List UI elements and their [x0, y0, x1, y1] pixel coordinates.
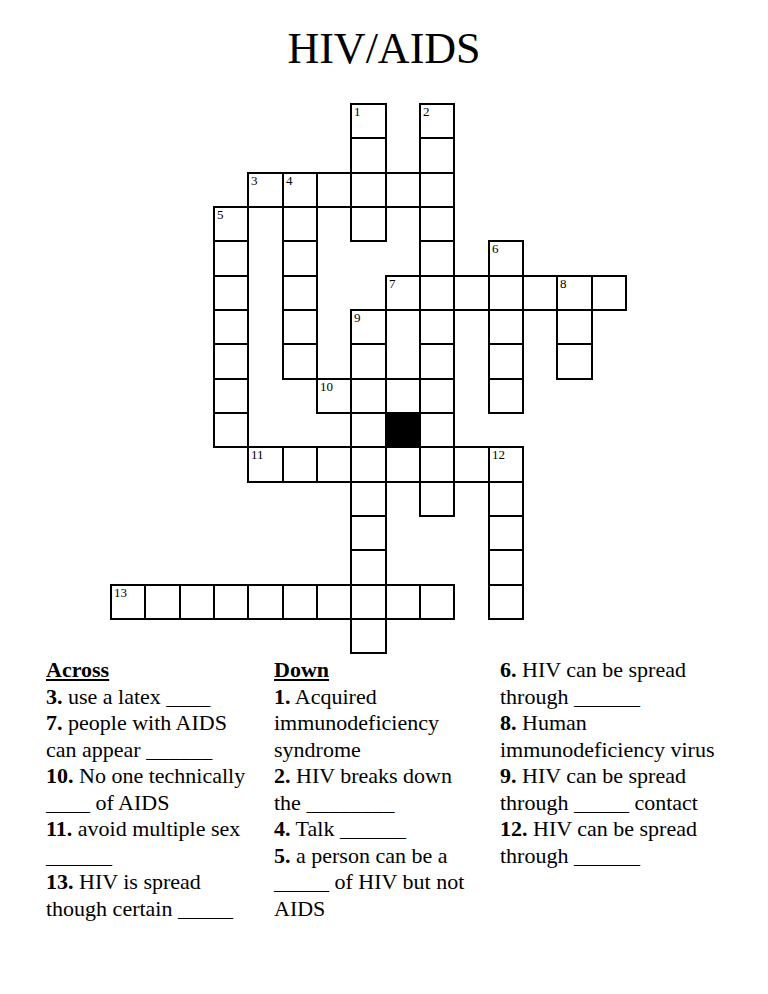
grid-cell[interactable] [282, 584, 318, 620]
clue-line: 11. avoid multiple sex [46, 816, 272, 843]
grid-cell[interactable] [419, 446, 455, 483]
grid-cell[interactable] [350, 378, 387, 414]
clue-text: HIV can be spread [517, 763, 686, 788]
grid-cell[interactable]: 2 [419, 103, 455, 139]
grid-cell[interactable] [385, 584, 421, 620]
clue-text: AIDS [274, 896, 325, 921]
clue-number: 13. [46, 869, 74, 894]
grid-cell[interactable]: 11 [247, 446, 284, 483]
grid-cell[interactable] [556, 343, 593, 380]
clue-column-down: Down1. Acquiredimmunodeficiencysyndrome2… [274, 657, 490, 922]
clue-text: ______ [46, 843, 112, 868]
clue-text: HIV is spread [74, 869, 201, 894]
clue-text: Talk ______ [291, 816, 406, 841]
clue-line: through ______ [500, 843, 740, 870]
clue-text: No one technically [74, 763, 246, 788]
cell-number: 11 [251, 448, 264, 462]
clue-text: the ________ [274, 790, 394, 815]
clue-text: _____ of HIV but not [274, 869, 464, 894]
grid-cell[interactable] [350, 446, 387, 483]
clue-text: people with AIDS [63, 710, 227, 735]
grid-cell[interactable] [488, 549, 524, 586]
grid-cell[interactable]: 12 [488, 446, 524, 483]
cell-number: 7 [389, 277, 396, 291]
clue-number: 9. [500, 763, 517, 788]
clue-line: though certain _____ [46, 896, 272, 923]
grid-cell[interactable] [350, 618, 387, 654]
clue-number: 12. [500, 816, 528, 841]
clue-text: through ______ [500, 843, 640, 868]
grid-cell[interactable] [247, 584, 284, 620]
grid-cell[interactable] [488, 515, 524, 551]
grid-cell[interactable] [419, 309, 455, 345]
clue-text: Human [517, 710, 587, 735]
clue-text: use a latex ____ [63, 684, 211, 709]
clue-line: AIDS [274, 896, 490, 923]
clue-text: ____ of AIDS [46, 790, 169, 815]
grid-cell[interactable]: 10 [316, 378, 352, 414]
clue-number: 5. [274, 843, 291, 868]
clue-text: syndrome [274, 737, 361, 762]
grid-cell[interactable] [350, 343, 387, 380]
clue-line: 10. No one technically [46, 763, 272, 790]
grid-cell[interactable] [179, 584, 215, 620]
clue-line: through ______ [500, 684, 740, 711]
clue-column-down-continued: 6. HIV can be spreadthrough ______8. Hum… [500, 657, 740, 869]
grid-cell[interactable] [282, 275, 318, 311]
clue-text: immunodeficiency [274, 710, 439, 735]
grid-cell[interactable]: 6 [488, 240, 524, 277]
grid-cell[interactable]: 13 [110, 584, 146, 620]
grid-cell[interactable] [350, 481, 387, 517]
grid-cell[interactable]: 8 [556, 275, 593, 311]
grid-cell[interactable] [419, 412, 455, 448]
grid-cell[interactable] [453, 275, 490, 311]
grid-cell[interactable] [350, 584, 387, 620]
grid-cell[interactable] [488, 584, 524, 620]
grid-cell[interactable] [213, 275, 249, 311]
clue-line: _____ of HIV but not [274, 869, 490, 896]
grid-cell[interactable] [282, 206, 318, 242]
clue-line: syndrome [274, 737, 490, 764]
cell-number: 3 [251, 174, 258, 188]
clue-line: 5. a person can be a [274, 843, 490, 870]
cell-number: 10 [320, 380, 333, 394]
clue-text: through _____ contact [500, 790, 698, 815]
grid-cell[interactable] [419, 481, 455, 517]
clue-line: ____ of AIDS [46, 790, 272, 817]
grid-cell[interactable] [350, 549, 387, 586]
clue-line: through _____ contact [500, 790, 740, 817]
grid-cell[interactable] [488, 481, 524, 517]
grid-cell[interactable] [282, 240, 318, 277]
clue-number: 6. [500, 657, 517, 682]
clue-text: HIV can be spread [517, 657, 686, 682]
cell-number: 9 [354, 311, 361, 325]
grid-cell[interactable] [385, 378, 421, 414]
clue-line: 3. use a latex ____ [46, 684, 272, 711]
clue-line: 4. Talk ______ [274, 816, 490, 843]
clue-line: can appear ______ [46, 737, 272, 764]
black-cell [385, 412, 421, 448]
grid-cell[interactable] [522, 275, 558, 311]
grid-cell[interactable] [316, 172, 352, 208]
clue-line: 6. HIV can be spread [500, 657, 740, 684]
crossword-grid: 12345678910111213 [110, 103, 626, 653]
clue-number: 1. [274, 684, 291, 709]
clue-column-across: Across3. use a latex ____7. people with … [46, 657, 272, 922]
grid-cell[interactable] [144, 584, 181, 620]
grid-cell[interactable] [213, 378, 249, 414]
clue-line: 12. HIV can be spread [500, 816, 740, 843]
clue-line: immunodeficiency [274, 710, 490, 737]
clue-number: 10. [46, 763, 74, 788]
clue-number: 11. [46, 816, 72, 841]
grid-cell[interactable] [488, 378, 524, 414]
clue-text: immunodeficiency virus [500, 737, 714, 762]
grid-cell[interactable] [316, 584, 352, 620]
grid-cell[interactable] [316, 446, 352, 483]
grid-cell[interactable] [556, 309, 593, 345]
grid-cell[interactable] [213, 412, 249, 448]
grid-cell[interactable] [385, 172, 421, 208]
clue-text: HIV can be spread [528, 816, 697, 841]
clue-number: 7. [46, 710, 63, 735]
grid-cell[interactable] [419, 206, 455, 242]
page-title: HIV/AIDS [0, 24, 768, 74]
clue-line: ______ [46, 843, 272, 870]
clue-text: Acquired [291, 684, 377, 709]
clue-text: though certain _____ [46, 896, 233, 921]
grid-cell[interactable] [591, 275, 627, 311]
grid-cell[interactable] [419, 240, 455, 277]
cell-number: 1 [354, 105, 361, 119]
grid-cell[interactable] [213, 240, 249, 277]
grid-cell[interactable] [453, 446, 490, 483]
clue-number: 3. [46, 684, 63, 709]
cell-number: 4 [286, 174, 293, 188]
clue-number: 8. [500, 710, 517, 735]
clue-number: 4. [274, 816, 291, 841]
grid-cell[interactable] [488, 275, 524, 311]
clue-line: 9. HIV can be spread [500, 763, 740, 790]
grid-cell[interactable]: 5 [213, 206, 249, 242]
clue-line: the ________ [274, 790, 490, 817]
grid-cell[interactable] [419, 172, 455, 208]
grid-cell[interactable]: 4 [282, 172, 318, 208]
grid-cell[interactable] [350, 172, 387, 208]
clue-line: 7. people with AIDS [46, 710, 272, 737]
grid-cell[interactable] [488, 343, 524, 380]
cell-number: 8 [560, 277, 567, 291]
grid-cell[interactable] [213, 309, 249, 345]
grid-cell[interactable] [419, 343, 455, 380]
grid-cell[interactable] [419, 584, 455, 620]
clue-text: can appear ______ [46, 737, 212, 762]
cell-number: 2 [423, 105, 430, 119]
grid-cell[interactable]: 7 [385, 275, 421, 311]
grid-cell[interactable]: 9 [350, 309, 387, 345]
cell-number: 12 [492, 448, 505, 462]
grid-cell[interactable] [282, 446, 318, 483]
clue-line: 13. HIV is spread [46, 869, 272, 896]
grid-cell[interactable] [419, 275, 455, 311]
grid-cell[interactable]: 1 [350, 103, 387, 139]
grid-cell[interactable] [419, 378, 455, 414]
grid-cell[interactable]: 3 [247, 172, 284, 208]
grid-cell[interactable] [419, 137, 455, 174]
grid-cell[interactable] [350, 515, 387, 551]
grid-cell[interactable] [350, 412, 387, 448]
grid-cell[interactable] [488, 309, 524, 345]
grid-cell[interactable] [350, 206, 387, 242]
grid-cell[interactable] [282, 309, 318, 345]
clue-line: 2. HIV breaks down [274, 763, 490, 790]
clue-list-header: Across [46, 657, 272, 684]
grid-cell[interactable] [385, 446, 421, 483]
clue-text: HIV breaks down [291, 763, 453, 788]
clue-text: avoid multiple sex [72, 816, 240, 841]
cell-number: 5 [217, 208, 224, 222]
grid-cell[interactable] [213, 343, 249, 380]
clue-text: a person can be a [291, 843, 448, 868]
cell-number: 6 [492, 242, 499, 256]
clue-line: 1. Acquired [274, 684, 490, 711]
clue-line: 8. Human [500, 710, 740, 737]
grid-cell[interactable] [282, 343, 318, 380]
clue-number: 2. [274, 763, 291, 788]
clue-list-header: Down [274, 657, 490, 684]
grid-cell[interactable] [213, 584, 249, 620]
cell-number: 13 [114, 586, 127, 600]
clue-line: immunodeficiency virus [500, 737, 740, 764]
clue-text: through ______ [500, 684, 640, 709]
grid-cell[interactable] [350, 137, 387, 174]
